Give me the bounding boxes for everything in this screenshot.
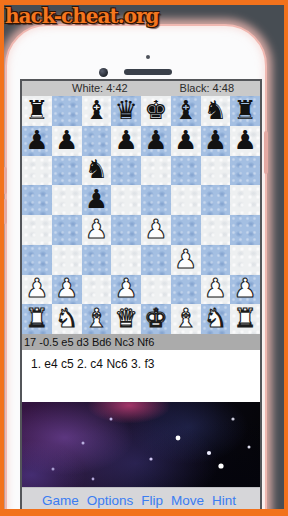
square-f2[interactable] (171, 275, 201, 305)
piece-black-pawn: ♟ (144, 127, 167, 153)
square-a5[interactable] (22, 185, 52, 215)
piece-white-knight: ♞ (204, 305, 227, 331)
piece-white-king: ♚ (144, 305, 167, 331)
black-clock: Black: 4:48 (180, 81, 234, 96)
square-h3[interactable] (230, 245, 260, 275)
square-g1[interactable]: ♞ (201, 304, 231, 334)
piece-white-pawn: ♟ (85, 216, 108, 242)
piece-black-pawn: ♟ (55, 127, 78, 153)
square-e1[interactable]: ♚ (141, 304, 171, 334)
watermark-frame-right (284, 0, 288, 516)
square-g4[interactable] (201, 215, 231, 245)
piece-black-pawn: ♟ (114, 127, 137, 153)
move-list[interactable]: 1. e4 c5 2. c4 Nc6 3. f3 (22, 350, 260, 402)
square-b5[interactable] (52, 185, 82, 215)
square-d8[interactable]: ♛ (111, 96, 141, 126)
square-g2[interactable]: ♟ (201, 275, 231, 305)
square-f8[interactable]: ♝ (171, 96, 201, 126)
piece-black-queen: ♛ (114, 97, 137, 123)
piece-white-pawn: ♟ (114, 275, 137, 301)
square-b8[interactable] (52, 96, 82, 126)
square-d7[interactable]: ♟ (111, 126, 141, 156)
move-button[interactable]: Move (171, 493, 204, 508)
square-d6[interactable] (111, 156, 141, 186)
piece-black-knight: ♞ (204, 97, 227, 123)
watermark-frame-bottom (0, 509, 288, 516)
proximity-sensor-icon (146, 55, 150, 59)
square-d5[interactable] (111, 185, 141, 215)
square-f4[interactable] (171, 215, 201, 245)
piece-black-pawn: ♟ (85, 186, 108, 212)
piece-white-pawn: ♟ (204, 275, 227, 301)
square-a1[interactable]: ♜ (22, 304, 52, 334)
game-button[interactable]: Game (42, 493, 79, 508)
square-h4[interactable] (230, 215, 260, 245)
square-g3[interactable] (201, 245, 231, 275)
square-e4[interactable]: ♟ (141, 215, 171, 245)
square-a4[interactable] (22, 215, 52, 245)
square-h2[interactable]: ♟ (230, 275, 260, 305)
piece-black-knight: ♞ (85, 156, 108, 182)
square-e7[interactable]: ♟ (141, 126, 171, 156)
square-f7[interactable]: ♟ (171, 126, 201, 156)
piece-white-knight: ♞ (55, 305, 78, 331)
options-button[interactable]: Options (87, 493, 134, 508)
square-e2[interactable] (141, 275, 171, 305)
square-h8[interactable]: ♜ (230, 96, 260, 126)
watermark-frame-left (0, 0, 4, 516)
square-b4[interactable] (52, 215, 82, 245)
piece-white-rook: ♜ (25, 305, 48, 331)
piece-black-pawn: ♟ (25, 127, 48, 153)
piece-white-pawn: ♟ (25, 275, 48, 301)
screenshot-root: White: 4:42 Black: 4:48 ♜♝♛♚♝♞♜♟♟♟♟♟♟♟♞♟… (0, 0, 288, 516)
square-e6[interactable] (141, 156, 171, 186)
piece-white-queen: ♛ (114, 305, 137, 331)
square-h1[interactable]: ♜ (230, 304, 260, 334)
square-a8[interactable]: ♜ (22, 96, 52, 126)
square-e5[interactable] (141, 185, 171, 215)
clock-bar: White: 4:42 Black: 4:48 (22, 81, 260, 96)
app-screen: White: 4:42 Black: 4:48 ♜♝♛♚♝♞♜♟♟♟♟♟♟♟♞♟… (20, 79, 262, 516)
square-b3[interactable] (52, 245, 82, 275)
stars-decoration (22, 402, 24, 404)
square-c1[interactable]: ♝ (82, 304, 112, 334)
piece-white-bishop: ♝ (174, 305, 197, 331)
piece-white-rook: ♜ (233, 305, 256, 331)
square-f3[interactable]: ♟ (171, 245, 201, 275)
engine-analysis-bar: 17 -0.5 e5 d3 Bd6 Nc3 Nf6 (22, 334, 260, 350)
square-g8[interactable]: ♞ (201, 96, 231, 126)
chess-board[interactable]: ♜♝♛♚♝♞♜♟♟♟♟♟♟♟♞♟♟♟♟♟♟♟♟♟♜♞♝♛♚♝♞♜ (22, 96, 260, 334)
square-c5[interactable]: ♟ (82, 185, 112, 215)
square-a3[interactable] (22, 245, 52, 275)
square-d1[interactable]: ♛ (111, 304, 141, 334)
square-c7[interactable] (82, 126, 112, 156)
square-c3[interactable] (82, 245, 112, 275)
piece-black-king: ♚ (144, 97, 167, 123)
piece-black-bishop: ♝ (174, 97, 197, 123)
square-b7[interactable]: ♟ (52, 126, 82, 156)
square-a2[interactable]: ♟ (22, 275, 52, 305)
square-e8[interactable]: ♚ (141, 96, 171, 126)
square-c4[interactable]: ♟ (82, 215, 112, 245)
square-b6[interactable] (52, 156, 82, 186)
square-g7[interactable]: ♟ (201, 126, 231, 156)
watermark-text: hack-cheat.org (5, 4, 159, 28)
nebula-banner-image (22, 402, 260, 487)
square-e3[interactable] (141, 245, 171, 275)
piece-black-pawn: ♟ (233, 127, 256, 153)
piece-white-pawn: ♟ (174, 246, 197, 272)
square-f6[interactable] (171, 156, 201, 186)
flip-button[interactable]: Flip (141, 493, 163, 508)
piece-black-rook: ♜ (25, 97, 48, 123)
piece-black-rook: ♜ (233, 97, 256, 123)
square-h5[interactable] (230, 185, 260, 215)
square-f1[interactable]: ♝ (171, 304, 201, 334)
square-f5[interactable] (171, 185, 201, 215)
square-d4[interactable] (111, 215, 141, 245)
square-c8[interactable]: ♝ (82, 96, 112, 126)
square-c6[interactable]: ♞ (82, 156, 112, 186)
square-g6[interactable] (201, 156, 231, 186)
hint-button[interactable]: Hint (212, 493, 236, 508)
earpiece-speaker (124, 69, 172, 75)
square-h7[interactable]: ♟ (230, 126, 260, 156)
piece-black-pawn: ♟ (204, 127, 227, 153)
square-b2[interactable]: ♟ (52, 275, 82, 305)
square-g5[interactable] (201, 185, 231, 215)
square-b1[interactable]: ♞ (52, 304, 82, 334)
square-h6[interactable] (230, 156, 260, 186)
white-clock: White: 4:42 (72, 81, 128, 96)
power-button (264, 131, 268, 174)
piece-black-bishop: ♝ (85, 97, 108, 123)
piece-white-bishop: ♝ (85, 305, 108, 331)
square-a7[interactable]: ♟ (22, 126, 52, 156)
square-a6[interactable] (22, 156, 52, 186)
front-camera-icon (99, 68, 108, 77)
square-d3[interactable] (111, 245, 141, 275)
piece-white-pawn: ♟ (144, 216, 167, 242)
piece-white-pawn: ♟ (55, 275, 78, 301)
square-d2[interactable]: ♟ (111, 275, 141, 305)
piece-black-pawn: ♟ (174, 127, 197, 153)
square-c2[interactable] (82, 275, 112, 305)
piece-white-pawn: ♟ (233, 275, 256, 301)
